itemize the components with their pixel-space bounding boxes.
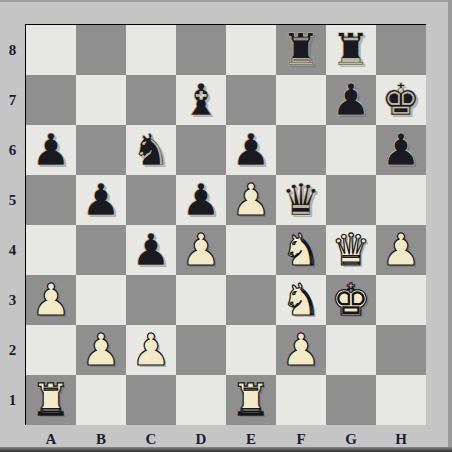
square-e5[interactable]: ♟ (226, 175, 276, 225)
square-c2[interactable]: ♟ (126, 325, 176, 375)
square-d7[interactable]: ♝ (176, 75, 226, 125)
square-c3[interactable] (126, 275, 176, 325)
piece-white-rook: ♜ (31, 378, 70, 422)
piece-black-rook: ♜ (281, 28, 320, 72)
square-b7[interactable] (76, 75, 126, 125)
piece-black-pawn: ♟ (131, 228, 170, 272)
square-e2[interactable] (226, 325, 276, 375)
piece-white-pawn: ♟ (31, 278, 70, 322)
square-c1[interactable] (126, 375, 176, 425)
square-g3[interactable]: ♚ (326, 275, 376, 325)
square-e7[interactable] (226, 75, 276, 125)
file-label-a: A (26, 429, 76, 449)
piece-white-pawn: ♟ (181, 228, 220, 272)
square-f7[interactable] (276, 75, 326, 125)
square-b4[interactable] (76, 225, 126, 275)
piece-white-king: ♚ (331, 278, 370, 322)
square-e3[interactable] (226, 275, 276, 325)
piece-black-pawn: ♟ (31, 128, 70, 172)
square-a1[interactable]: ♜ (26, 375, 76, 425)
square-c8[interactable] (126, 25, 176, 75)
square-g5[interactable] (326, 175, 376, 225)
square-a2[interactable] (26, 325, 76, 375)
square-f1[interactable] (276, 375, 326, 425)
rank-label-7: 7 (0, 75, 25, 125)
square-a6[interactable]: ♟ (26, 125, 76, 175)
square-h4[interactable]: ♟ (376, 225, 426, 275)
square-a7[interactable] (26, 75, 76, 125)
rank-label-8: 8 (0, 25, 25, 75)
rank-label-2: 2 (0, 325, 25, 375)
piece-white-knight: ♞ (281, 278, 320, 322)
square-g7[interactable]: ♟ (326, 75, 376, 125)
square-d5[interactable]: ♟ (176, 175, 226, 225)
piece-white-pawn: ♟ (281, 328, 320, 372)
rank-label-4: 4 (0, 225, 25, 275)
piece-black-knight: ♞ (131, 128, 170, 172)
square-b2[interactable]: ♟ (76, 325, 126, 375)
piece-white-queen: ♛ (331, 228, 370, 272)
square-f2[interactable]: ♟ (276, 325, 326, 375)
square-a5[interactable] (26, 175, 76, 225)
chess-board: ♜♜♝♟♚♟♞♟♟♟♟♟♛♟♟♞♛♟♟♞♚♟♟♟♜♜ (25, 24, 426, 425)
file-label-h: H (376, 429, 426, 449)
square-h2[interactable] (376, 325, 426, 375)
square-a3[interactable]: ♟ (26, 275, 76, 325)
square-f5[interactable]: ♛ (276, 175, 326, 225)
file-label-e: E (226, 429, 276, 449)
file-label-c: C (126, 429, 176, 449)
square-h8[interactable] (376, 25, 426, 75)
square-h1[interactable] (376, 375, 426, 425)
piece-black-bishop: ♝ (181, 78, 220, 122)
square-h6[interactable]: ♟ (376, 125, 426, 175)
square-h7[interactable]: ♚ (376, 75, 426, 125)
piece-black-king: ♚ (381, 78, 420, 122)
square-e4[interactable] (226, 225, 276, 275)
square-a4[interactable] (26, 225, 76, 275)
file-label-d: D (176, 429, 226, 449)
piece-black-pawn: ♟ (181, 178, 220, 222)
piece-white-rook: ♜ (231, 378, 270, 422)
piece-white-pawn: ♟ (81, 328, 120, 372)
square-d4[interactable]: ♟ (176, 225, 226, 275)
square-g4[interactable]: ♛ (326, 225, 376, 275)
square-d6[interactable] (176, 125, 226, 175)
square-g1[interactable] (326, 375, 376, 425)
frame-bevel-bottom (0, 447, 452, 452)
square-d8[interactable] (176, 25, 226, 75)
rank-label-3: 3 (0, 275, 25, 325)
piece-black-pawn: ♟ (231, 128, 270, 172)
frame-bevel-right (448, 0, 452, 452)
piece-black-pawn: ♟ (81, 178, 120, 222)
file-label-f: F (276, 429, 326, 449)
square-a8[interactable] (26, 25, 76, 75)
piece-white-pawn: ♟ (381, 228, 420, 272)
square-g6[interactable] (326, 125, 376, 175)
chess-diagram-frame: ♜♜♝♟♚♟♞♟♟♟♟♟♛♟♟♞♛♟♟♞♚♟♟♟♜♜ 87654321 ABCD… (0, 0, 452, 452)
square-f4[interactable]: ♞ (276, 225, 326, 275)
piece-black-pawn: ♟ (381, 128, 420, 172)
square-f3[interactable]: ♞ (276, 275, 326, 325)
rank-label-5: 5 (0, 175, 25, 225)
square-d2[interactable] (176, 325, 226, 375)
square-d1[interactable] (176, 375, 226, 425)
piece-white-knight: ♞ (281, 228, 320, 272)
square-h3[interactable] (376, 275, 426, 325)
file-label-b: B (76, 429, 126, 449)
rank-label-6: 6 (0, 125, 25, 175)
square-b6[interactable] (76, 125, 126, 175)
square-e6[interactable]: ♟ (226, 125, 276, 175)
piece-white-pawn: ♟ (131, 328, 170, 372)
piece-black-rook: ♜ (331, 28, 370, 72)
square-c5[interactable] (126, 175, 176, 225)
piece-black-pawn: ♟ (331, 78, 370, 122)
square-d3[interactable] (176, 275, 226, 325)
piece-black-queen: ♛ (281, 178, 320, 222)
square-e8[interactable] (226, 25, 276, 75)
square-b1[interactable] (76, 375, 126, 425)
rank-label-1: 1 (0, 375, 25, 425)
square-b3[interactable] (76, 275, 126, 325)
square-b8[interactable] (76, 25, 126, 75)
square-g8[interactable]: ♜ (326, 25, 376, 75)
square-c7[interactable] (126, 75, 176, 125)
square-e1[interactable]: ♜ (226, 375, 276, 425)
square-c4[interactable]: ♟ (126, 225, 176, 275)
square-f6[interactable] (276, 125, 326, 175)
file-label-g: G (326, 429, 376, 449)
square-f8[interactable]: ♜ (276, 25, 326, 75)
square-h5[interactable] (376, 175, 426, 225)
square-c6[interactable]: ♞ (126, 125, 176, 175)
frame-bevel-top (0, 0, 452, 2)
square-b5[interactable]: ♟ (76, 175, 126, 225)
piece-white-pawn: ♟ (231, 178, 270, 222)
square-g2[interactable] (326, 325, 376, 375)
